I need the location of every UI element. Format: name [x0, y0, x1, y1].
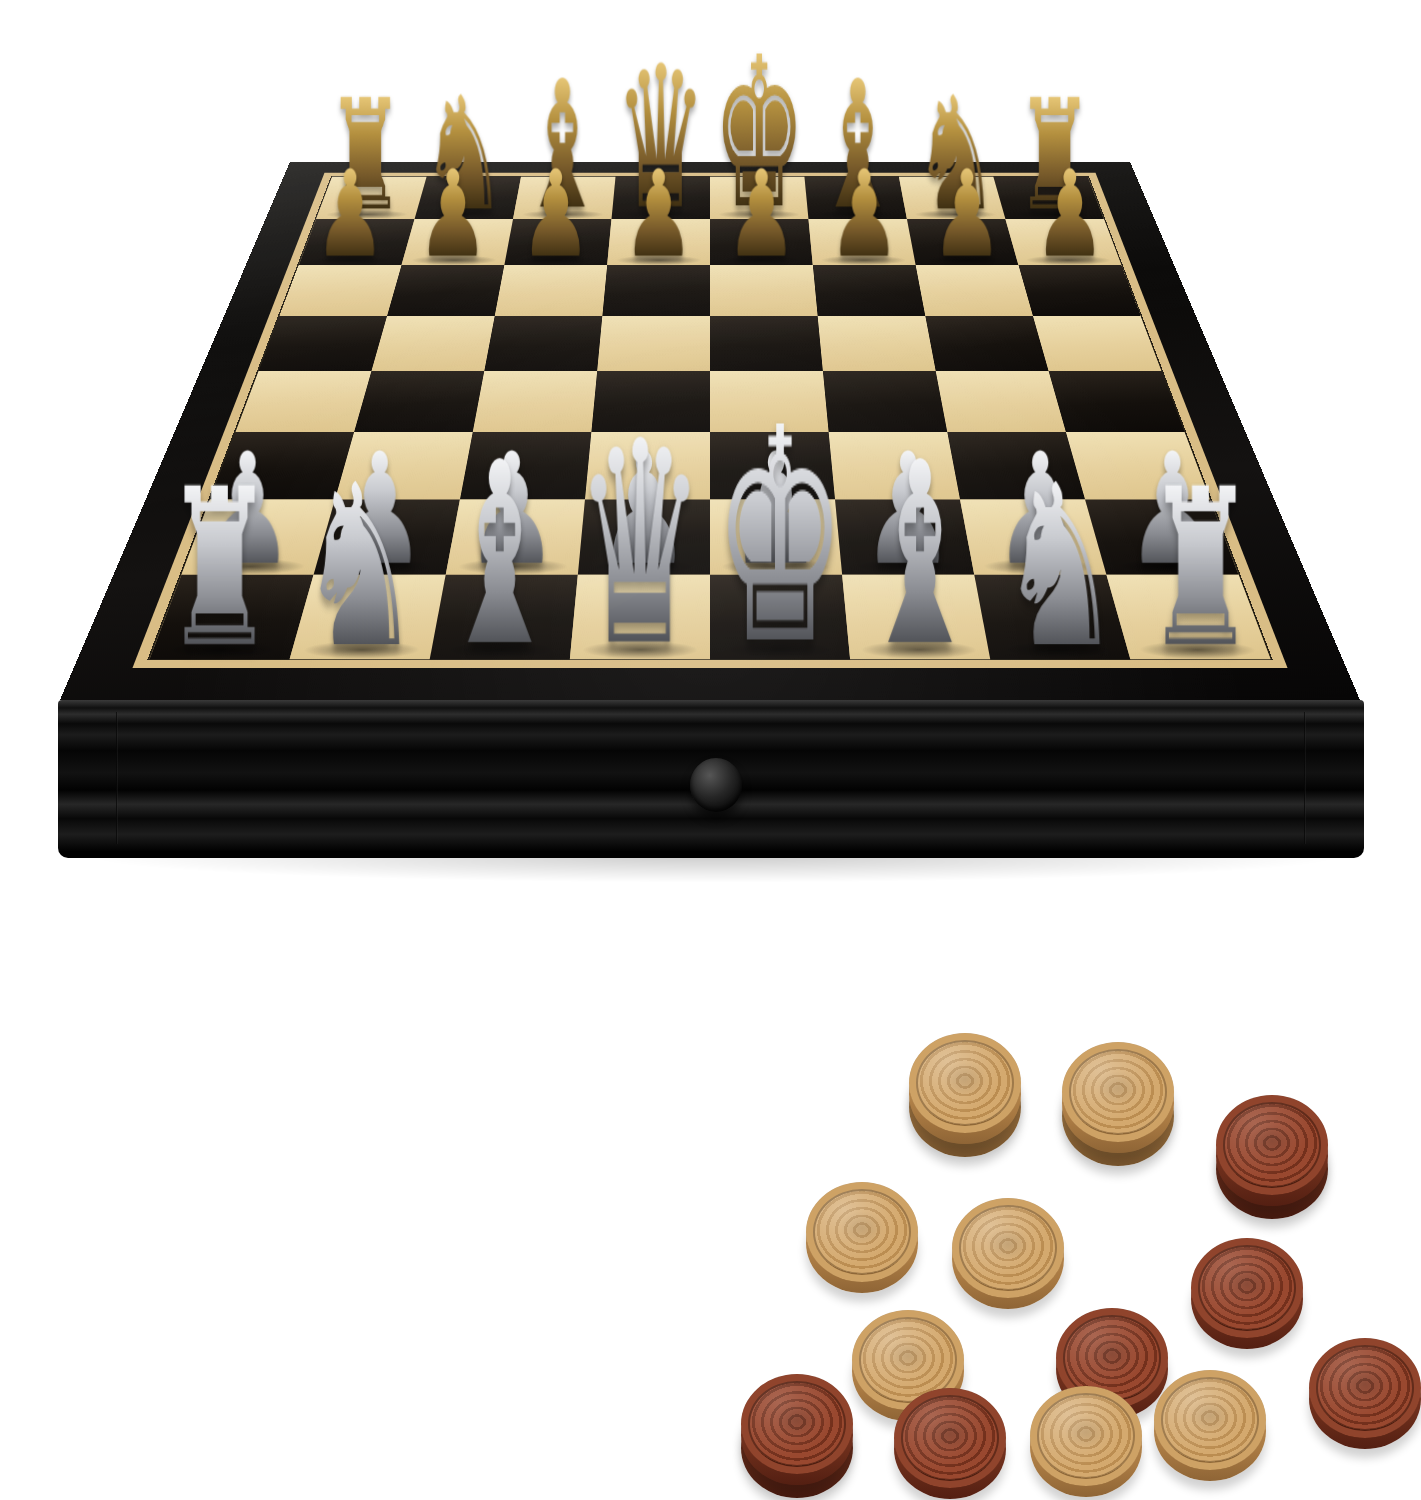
square-f6[interactable]	[813, 265, 925, 315]
drawer-seam-left	[116, 712, 118, 844]
checker-dark[interactable]	[1309, 1338, 1421, 1438]
piece-silver-knight-b1[interactable]: ♞	[298, 477, 422, 656]
piece-gold-pawn-a7[interactable]: ♟	[314, 167, 386, 263]
checker-light[interactable]	[1030, 1386, 1142, 1486]
checker-dark[interactable]	[894, 1388, 1006, 1488]
square-f1[interactable]: ♝	[842, 575, 990, 659]
checker-light-stack[interactable]	[909, 1033, 1021, 1133]
checker-top	[741, 1374, 853, 1474]
square-c5[interactable]	[484, 316, 602, 371]
checker-dark-stack[interactable]	[1216, 1095, 1328, 1195]
piece-gold-pawn-d7[interactable]: ♟	[623, 167, 695, 263]
square-g7[interactable]: ♟	[907, 219, 1019, 265]
checker-top	[1191, 1238, 1303, 1338]
square-e7[interactable]: ♟	[710, 219, 813, 265]
square-h5[interactable]	[1033, 316, 1162, 371]
board-grid: ♜♞♝♛♚♝♞♜♟♟♟♟♟♟♟♟♟♟♟♟♟♟♟♟♜♞♝♛♚♝♞♜	[149, 177, 1270, 659]
square-d1[interactable]: ♛	[570, 575, 710, 659]
piece-silver-queen-d1[interactable]: ♛	[575, 432, 706, 656]
checker-top	[806, 1182, 918, 1282]
piece-silver-bishop-c1[interactable]: ♝	[439, 455, 561, 657]
chess-board: ♜♞♝♛♚♝♞♜♟♟♟♟♟♟♟♟♟♟♟♟♟♟♟♟♜♞♝♛♚♝♞♜	[60, 162, 1360, 700]
piece-silver-king-e1[interactable]: ♚	[714, 420, 847, 657]
piece-silver-bishop-f1[interactable]: ♝	[859, 455, 981, 657]
checker-light[interactable]	[1154, 1370, 1266, 1470]
square-a7[interactable]: ♟	[299, 219, 415, 265]
square-b1[interactable]: ♞	[290, 575, 446, 659]
piece-gold-pawn-f7[interactable]: ♟	[828, 167, 900, 263]
piece-silver-rook-h1[interactable]: ♜	[1145, 482, 1257, 656]
piece-gold-pawn-e7[interactable]: ♟	[726, 167, 798, 263]
box-shadow	[100, 856, 1330, 882]
checker-top	[1030, 1386, 1142, 1486]
square-b7[interactable]: ♟	[401, 219, 513, 265]
piece-gold-pawn-h7[interactable]: ♟	[1034, 167, 1106, 263]
square-d6[interactable]	[602, 265, 710, 315]
square-a1[interactable]: ♜	[149, 575, 313, 659]
square-e6[interactable]	[710, 265, 818, 315]
checker-top	[1154, 1370, 1266, 1470]
piece-gold-pawn-g7[interactable]: ♟	[931, 167, 1003, 263]
checker-light-stack[interactable]	[1062, 1042, 1174, 1142]
board-box-front	[58, 700, 1364, 858]
product-photo: ♜♞♝♛♚♝♞♜♟♟♟♟♟♟♟♟♟♟♟♟♟♟♟♟♜♞♝♛♚♝♞♜	[0, 0, 1421, 1500]
square-a5[interactable]	[259, 316, 388, 371]
square-e5[interactable]	[710, 316, 823, 371]
square-f5[interactable]	[818, 316, 936, 371]
checker-top	[952, 1198, 1064, 1298]
checker-light[interactable]	[806, 1182, 918, 1282]
square-d5[interactable]	[597, 316, 710, 371]
checker-dark[interactable]	[1191, 1238, 1303, 1338]
square-d7[interactable]: ♟	[607, 219, 710, 265]
square-f7[interactable]: ♟	[808, 219, 915, 265]
square-c7[interactable]: ♟	[504, 219, 611, 265]
piece-silver-knight-g1[interactable]: ♞	[998, 477, 1122, 656]
square-g5[interactable]	[925, 316, 1048, 371]
checker-top	[1216, 1095, 1328, 1195]
square-e1[interactable]: ♚	[710, 575, 850, 659]
drawer-knob[interactable]	[690, 758, 742, 812]
square-g6[interactable]	[916, 265, 1033, 315]
piece-silver-rook-a1[interactable]: ♜	[164, 482, 276, 656]
piece-gold-pawn-c7[interactable]: ♟	[520, 167, 592, 263]
drawer-seam-right	[1304, 712, 1306, 844]
piece-gold-pawn-b7[interactable]: ♟	[417, 167, 489, 263]
square-g1[interactable]: ♞	[974, 575, 1130, 659]
square-h1[interactable]: ♜	[1106, 575, 1270, 659]
checker-top	[909, 1033, 1021, 1133]
square-b5[interactable]	[371, 316, 494, 371]
checker-top	[894, 1388, 1006, 1488]
square-c1[interactable]: ♝	[430, 575, 578, 659]
square-h7[interactable]: ♟	[1005, 219, 1121, 265]
board-playing-area: ♜♞♝♛♚♝♞♜♟♟♟♟♟♟♟♟♟♟♟♟♟♟♟♟♜♞♝♛♚♝♞♜	[132, 173, 1287, 668]
checker-dark-stack[interactable]	[741, 1374, 853, 1474]
checker-top	[1309, 1338, 1421, 1438]
square-c6[interactable]	[495, 265, 607, 315]
square-h6[interactable]	[1019, 265, 1141, 315]
checker-top	[1062, 1042, 1174, 1142]
square-b6[interactable]	[387, 265, 504, 315]
checker-light[interactable]	[952, 1198, 1064, 1298]
square-a6[interactable]	[280, 265, 402, 315]
